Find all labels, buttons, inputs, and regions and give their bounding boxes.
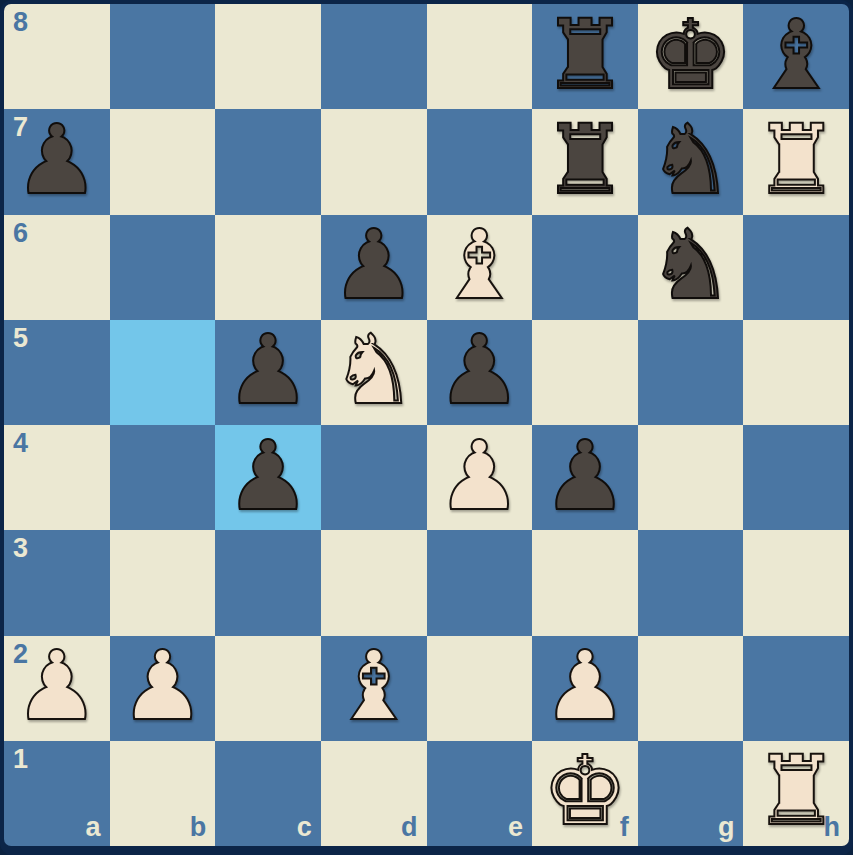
square-a7[interactable]: 7♟ <box>4 109 110 214</box>
square-e6[interactable]: ♝ <box>427 215 533 320</box>
square-f2[interactable]: ♟ <box>532 636 638 741</box>
square-a6[interactable]: 6 <box>4 215 110 320</box>
file-label-e: e <box>508 814 523 841</box>
square-f7[interactable]: ♜ <box>532 109 638 214</box>
square-f6[interactable] <box>532 215 638 320</box>
white-rook[interactable]: ♜ <box>753 743 839 839</box>
square-e4[interactable]: ♟ <box>427 425 533 530</box>
black-pawn[interactable]: ♟ <box>14 112 100 208</box>
square-h5[interactable] <box>743 320 849 425</box>
square-h1[interactable]: h♜ <box>743 741 849 846</box>
rank-label-4: 4 <box>13 430 28 457</box>
square-d6[interactable]: ♟ <box>321 215 427 320</box>
square-h4[interactable] <box>743 425 849 530</box>
square-a1[interactable]: 1a <box>4 741 110 846</box>
black-knight[interactable]: ♞ <box>648 112 734 208</box>
white-knight[interactable]: ♞ <box>331 322 417 418</box>
square-f4[interactable]: ♟ <box>532 425 638 530</box>
black-pawn[interactable]: ♟ <box>225 428 311 524</box>
black-knight[interactable]: ♞ <box>648 217 734 313</box>
white-pawn[interactable]: ♟ <box>542 638 628 734</box>
black-pawn[interactable]: ♟ <box>436 322 522 418</box>
square-e2[interactable] <box>427 636 533 741</box>
chess-board-frame: 8♜♚♝7♟♜♞♜6♟♝♞5♟♞♟4♟♟♟32♟♟♝♟1abcdef♚gh♜ <box>0 0 853 855</box>
square-d3[interactable] <box>321 530 427 635</box>
square-d1[interactable]: d <box>321 741 427 846</box>
rank-label-3: 3 <box>13 535 28 562</box>
square-d2[interactable]: ♝ <box>321 636 427 741</box>
square-h7[interactable]: ♜ <box>743 109 849 214</box>
square-a4[interactable]: 4 <box>4 425 110 530</box>
square-a5[interactable]: 5 <box>4 320 110 425</box>
square-c7[interactable] <box>215 109 321 214</box>
file-label-g: g <box>718 814 735 841</box>
white-bishop[interactable]: ♝ <box>436 217 522 313</box>
square-f8[interactable]: ♜ <box>532 4 638 109</box>
black-pawn[interactable]: ♟ <box>331 217 417 313</box>
square-d7[interactable] <box>321 109 427 214</box>
file-label-c: c <box>297 814 312 841</box>
square-e7[interactable] <box>427 109 533 214</box>
square-b8[interactable] <box>110 4 216 109</box>
black-king[interactable]: ♚ <box>648 7 734 103</box>
square-g6[interactable]: ♞ <box>638 215 744 320</box>
square-e8[interactable] <box>427 4 533 109</box>
square-c5[interactable]: ♟ <box>215 320 321 425</box>
black-pawn[interactable]: ♟ <box>542 428 628 524</box>
black-rook[interactable]: ♜ <box>542 7 628 103</box>
white-rook[interactable]: ♜ <box>753 112 839 208</box>
square-g7[interactable]: ♞ <box>638 109 744 214</box>
chess-board: 8♜♚♝7♟♜♞♜6♟♝♞5♟♞♟4♟♟♟32♟♟♝♟1abcdef♚gh♜ <box>4 4 849 846</box>
square-a8[interactable]: 8 <box>4 4 110 109</box>
file-label-b: b <box>190 814 207 841</box>
square-e5[interactable]: ♟ <box>427 320 533 425</box>
square-b2[interactable]: ♟ <box>110 636 216 741</box>
square-c8[interactable] <box>215 4 321 109</box>
square-g1[interactable]: g <box>638 741 744 846</box>
square-b6[interactable] <box>110 215 216 320</box>
square-c4[interactable]: ♟ <box>215 425 321 530</box>
square-b4[interactable] <box>110 425 216 530</box>
black-bishop[interactable]: ♝ <box>753 7 839 103</box>
square-d8[interactable] <box>321 4 427 109</box>
white-king[interactable]: ♚ <box>542 743 628 839</box>
white-pawn[interactable]: ♟ <box>119 638 205 734</box>
square-g3[interactable] <box>638 530 744 635</box>
square-h8[interactable]: ♝ <box>743 4 849 109</box>
square-d5[interactable]: ♞ <box>321 320 427 425</box>
square-c6[interactable] <box>215 215 321 320</box>
rank-label-5: 5 <box>13 325 28 352</box>
square-g8[interactable]: ♚ <box>638 4 744 109</box>
square-f1[interactable]: f♚ <box>532 741 638 846</box>
square-d4[interactable] <box>321 425 427 530</box>
square-a2[interactable]: 2♟ <box>4 636 110 741</box>
square-g5[interactable] <box>638 320 744 425</box>
square-f3[interactable] <box>532 530 638 635</box>
square-e3[interactable] <box>427 530 533 635</box>
black-rook[interactable]: ♜ <box>542 112 628 208</box>
square-g4[interactable] <box>638 425 744 530</box>
square-b1[interactable]: b <box>110 741 216 846</box>
square-h2[interactable] <box>743 636 849 741</box>
white-pawn[interactable]: ♟ <box>14 638 100 734</box>
square-c3[interactable] <box>215 530 321 635</box>
file-label-d: d <box>401 814 418 841</box>
rank-label-8: 8 <box>13 9 28 36</box>
file-label-a: a <box>86 814 101 841</box>
rank-label-6: 6 <box>13 220 28 247</box>
rank-label-1: 1 <box>13 746 28 773</box>
square-b3[interactable] <box>110 530 216 635</box>
square-f5[interactable] <box>532 320 638 425</box>
square-c2[interactable] <box>215 636 321 741</box>
square-b5[interactable] <box>110 320 216 425</box>
square-c1[interactable]: c <box>215 741 321 846</box>
white-pawn[interactable]: ♟ <box>436 428 522 524</box>
square-g2[interactable] <box>638 636 744 741</box>
square-h6[interactable] <box>743 215 849 320</box>
white-bishop[interactable]: ♝ <box>331 638 417 734</box>
square-e1[interactable]: e <box>427 741 533 846</box>
square-b7[interactable] <box>110 109 216 214</box>
square-h3[interactable] <box>743 530 849 635</box>
black-pawn[interactable]: ♟ <box>225 322 311 418</box>
square-a3[interactable]: 3 <box>4 530 110 635</box>
